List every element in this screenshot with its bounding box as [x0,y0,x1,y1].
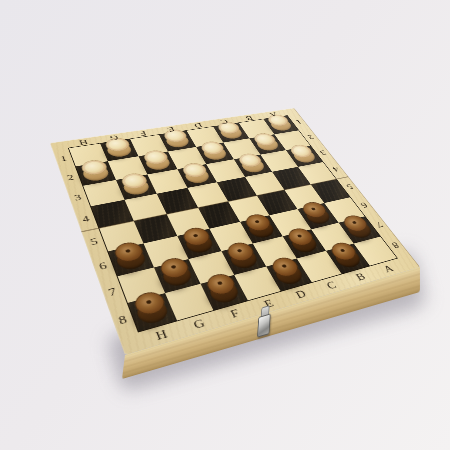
metal-latch [255,304,272,338]
photo-background: HHGGFFEEDDCCBBAA1122334455667788 [0,0,450,450]
latch-plate-icon [257,313,271,337]
